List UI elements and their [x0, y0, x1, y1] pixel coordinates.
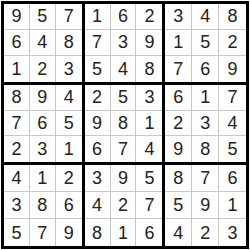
- cell-r2c6[interactable]: 9: [136, 30, 162, 56]
- cell-r4c7[interactable]: 6: [165, 85, 192, 111]
- box-3-1: 412386579: [4, 165, 85, 246]
- cell-r4c1[interactable]: 8: [4, 85, 30, 111]
- cell-r4c6[interactable]: 3: [136, 85, 162, 111]
- cell-r4c2[interactable]: 9: [30, 85, 56, 111]
- cell-r8c8[interactable]: 9: [192, 192, 219, 219]
- cell-r8c9[interactable]: 1: [219, 192, 246, 219]
- cell-r4c3[interactable]: 4: [56, 85, 82, 111]
- cell-r6c4[interactable]: 6: [85, 136, 111, 162]
- cell-r2c7[interactable]: 1: [165, 30, 192, 56]
- cell-r5c5[interactable]: 8: [111, 111, 137, 137]
- cell-r9c7[interactable]: 4: [165, 219, 192, 246]
- cell-r7c3[interactable]: 2: [56, 165, 82, 192]
- cell-r8c2[interactable]: 8: [30, 192, 56, 219]
- box-1-2: 162739548: [85, 4, 166, 85]
- cell-r3c6[interactable]: 8: [136, 56, 162, 82]
- cell-r3c4[interactable]: 5: [85, 56, 111, 82]
- cell-r3c3[interactable]: 3: [56, 56, 82, 82]
- cell-r7c8[interactable]: 7: [192, 165, 219, 192]
- cell-r3c2[interactable]: 2: [30, 56, 56, 82]
- cell-r1c3[interactable]: 7: [56, 4, 82, 30]
- box-2-1: 894765231: [4, 85, 85, 166]
- box-2-2: 253981674: [85, 85, 166, 166]
- cell-r1c4[interactable]: 1: [85, 4, 111, 30]
- cell-r9c5[interactable]: 1: [111, 219, 137, 246]
- cell-r6c2[interactable]: 3: [30, 136, 56, 162]
- cell-r6c3[interactable]: 1: [56, 136, 82, 162]
- cell-r9c4[interactable]: 8: [85, 219, 111, 246]
- cell-r9c3[interactable]: 9: [56, 219, 82, 246]
- box-3-3: 876591423: [165, 165, 246, 246]
- cell-r5c3[interactable]: 5: [56, 111, 82, 137]
- cell-r9c2[interactable]: 7: [30, 219, 56, 246]
- cell-r3c7[interactable]: 7: [165, 56, 192, 82]
- cell-r1c1[interactable]: 9: [4, 4, 30, 30]
- cell-r1c8[interactable]: 4: [192, 4, 219, 30]
- cell-r6c6[interactable]: 4: [136, 136, 162, 162]
- cell-r5c9[interactable]: 4: [219, 111, 246, 137]
- cell-r8c6[interactable]: 7: [136, 192, 162, 219]
- cell-r1c2[interactable]: 5: [30, 4, 56, 30]
- cell-r2c9[interactable]: 2: [219, 30, 246, 56]
- cell-r2c2[interactable]: 4: [30, 30, 56, 56]
- cell-r6c7[interactable]: 9: [165, 136, 192, 162]
- cell-r4c8[interactable]: 1: [192, 85, 219, 111]
- cell-r4c4[interactable]: 2: [85, 85, 111, 111]
- cell-r1c7[interactable]: 3: [165, 4, 192, 30]
- cell-r7c5[interactable]: 9: [111, 165, 137, 192]
- cell-r9c6[interactable]: 6: [136, 219, 162, 246]
- cell-r8c7[interactable]: 5: [165, 192, 192, 219]
- cell-r5c4[interactable]: 9: [85, 111, 111, 137]
- cell-r7c2[interactable]: 1: [30, 165, 56, 192]
- cell-r2c5[interactable]: 3: [111, 30, 137, 56]
- cell-r8c3[interactable]: 6: [56, 192, 82, 219]
- cell-r6c1[interactable]: 2: [4, 136, 30, 162]
- cell-r2c3[interactable]: 8: [56, 30, 82, 56]
- cell-r9c8[interactable]: 2: [192, 219, 219, 246]
- sudoku-page: 9576481231627395483481527698947652312539…: [0, 0, 250, 250]
- cell-r3c1[interactable]: 1: [4, 56, 30, 82]
- box-1-3: 348152769: [165, 4, 246, 85]
- cell-r8c4[interactable]: 4: [85, 192, 111, 219]
- cell-r7c4[interactable]: 3: [85, 165, 111, 192]
- box-3-2: 395427816: [85, 165, 166, 246]
- cell-r7c9[interactable]: 6: [219, 165, 246, 192]
- cell-r3c8[interactable]: 6: [192, 56, 219, 82]
- cell-r2c4[interactable]: 7: [85, 30, 111, 56]
- cell-r2c1[interactable]: 6: [4, 30, 30, 56]
- cell-r4c9[interactable]: 7: [219, 85, 246, 111]
- cell-r5c6[interactable]: 1: [136, 111, 162, 137]
- cell-r7c6[interactable]: 5: [136, 165, 162, 192]
- cell-r6c5[interactable]: 7: [111, 136, 137, 162]
- cell-r5c2[interactable]: 6: [30, 111, 56, 137]
- cell-r9c9[interactable]: 3: [219, 219, 246, 246]
- cell-r6c9[interactable]: 5: [219, 136, 246, 162]
- cell-r1c5[interactable]: 6: [111, 4, 137, 30]
- cell-r8c1[interactable]: 3: [4, 192, 30, 219]
- cell-r3c5[interactable]: 4: [111, 56, 137, 82]
- cell-r5c7[interactable]: 2: [165, 111, 192, 137]
- cell-r3c9[interactable]: 9: [219, 56, 246, 82]
- cell-r7c7[interactable]: 8: [165, 165, 192, 192]
- cell-r7c1[interactable]: 4: [4, 165, 30, 192]
- box-2-3: 617234985: [165, 85, 246, 166]
- sudoku-board: 9576481231627395483481527698947652312539…: [1, 1, 249, 249]
- cell-r8c5[interactable]: 2: [111, 192, 137, 219]
- cell-r2c8[interactable]: 5: [192, 30, 219, 56]
- cell-r1c9[interactable]: 8: [219, 4, 246, 30]
- cell-r6c8[interactable]: 8: [192, 136, 219, 162]
- box-1-1: 957648123: [4, 4, 85, 85]
- cell-r5c8[interactable]: 3: [192, 111, 219, 137]
- cell-r9c1[interactable]: 5: [4, 219, 30, 246]
- cell-r1c6[interactable]: 2: [136, 4, 162, 30]
- cell-r5c1[interactable]: 7: [4, 111, 30, 137]
- cell-r4c5[interactable]: 5: [111, 85, 137, 111]
